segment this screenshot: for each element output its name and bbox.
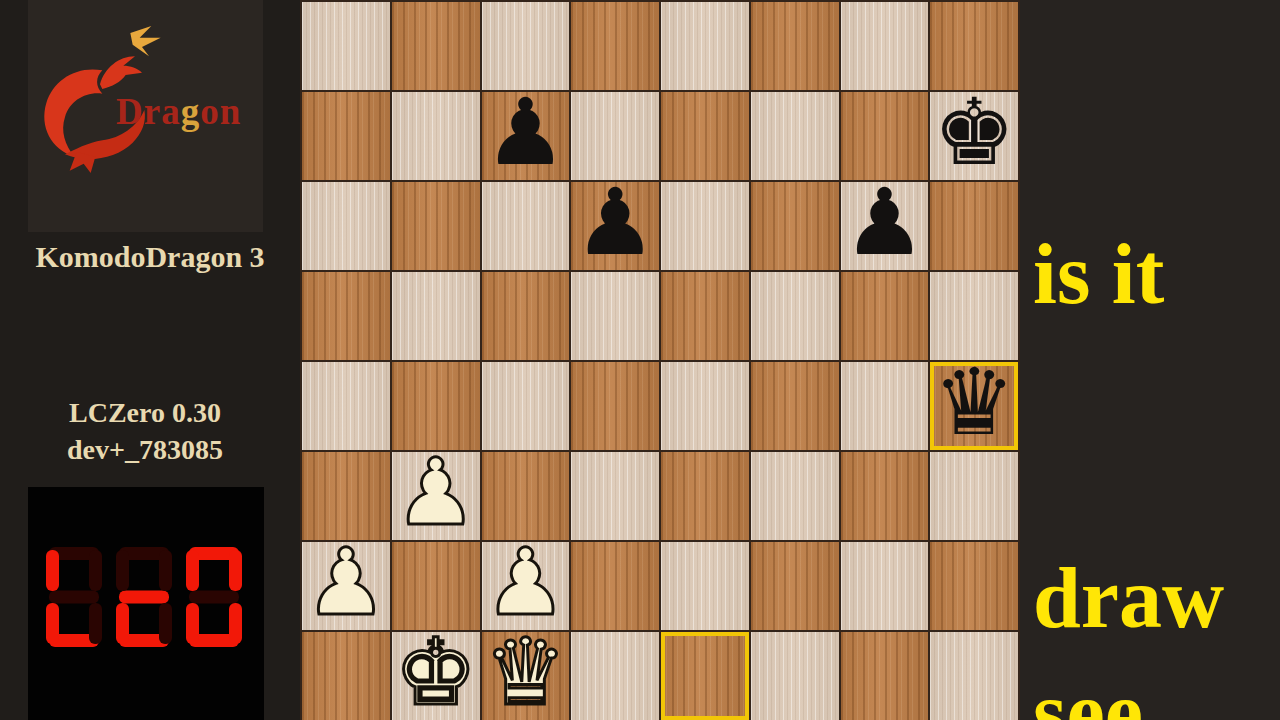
square-f6[interactable]: [751, 182, 839, 270]
logo-word: Dragon: [116, 90, 241, 133]
square-h2[interactable]: [930, 542, 1018, 630]
square-e8[interactable]: [661, 2, 749, 90]
square-b7[interactable]: [392, 92, 480, 180]
square-b1[interactable]: ♚: [392, 632, 480, 720]
square-b8[interactable]: [392, 2, 480, 90]
square-e6[interactable]: [661, 182, 749, 270]
screenshot-stage: Dragon KomodoDragon 3 LCZero 0.30 dev+_7…: [0, 0, 1280, 720]
square-h8[interactable]: [930, 2, 1018, 90]
square-h6[interactable]: [930, 182, 1018, 270]
square-f4[interactable]: [751, 362, 839, 450]
black-king: ♚: [933, 87, 1015, 179]
square-g5[interactable]: [841, 272, 929, 360]
square-a7[interactable]: [302, 92, 390, 180]
square-h1[interactable]: [930, 632, 1018, 720]
square-c2[interactable]: ♟: [482, 542, 570, 630]
square-e1[interactable]: [661, 632, 749, 720]
logo-word-part2: g: [181, 91, 201, 132]
square-e3[interactable]: [661, 452, 749, 540]
black-pawn: ♟: [574, 177, 656, 269]
white-pawn: ♟: [305, 537, 387, 629]
white-pawn: ♟: [484, 537, 566, 629]
engine-name-white: LCZero 0.30 dev+_783085: [0, 394, 290, 468]
square-e7[interactable]: [661, 92, 749, 180]
square-g3[interactable]: [841, 452, 929, 540]
square-h7[interactable]: ♚: [930, 92, 1018, 180]
square-a1[interactable]: [302, 632, 390, 720]
square-g6[interactable]: ♟: [841, 182, 929, 270]
lc0-clock: [28, 487, 264, 720]
square-g7[interactable]: [841, 92, 929, 180]
square-d6[interactable]: ♟: [571, 182, 659, 270]
caption-line: see: [1033, 658, 1255, 720]
square-d3[interactable]: [571, 452, 659, 540]
square-g8[interactable]: [841, 2, 929, 90]
square-g1[interactable]: [841, 632, 929, 720]
logo-word-part3: on: [200, 91, 241, 132]
komodo-dragon-logo: Dragon: [28, 0, 263, 232]
white-pawn: ♟: [394, 447, 476, 539]
square-g2[interactable]: [841, 542, 929, 630]
black-queen: ♛: [933, 357, 1015, 449]
square-a4[interactable]: [302, 362, 390, 450]
chess-board: ♟♚♟♟♛♟♟♟♚♛: [300, 0, 1020, 720]
square-f5[interactable]: [751, 272, 839, 360]
square-d2[interactable]: [571, 542, 659, 630]
square-h3[interactable]: [930, 452, 1018, 540]
square-a3[interactable]: [302, 452, 390, 540]
square-c1[interactable]: ♛: [482, 632, 570, 720]
square-e4[interactable]: [661, 362, 749, 450]
engine-white-line2: dev+_783085: [0, 431, 290, 468]
square-a2[interactable]: ♟: [302, 542, 390, 630]
square-d1[interactable]: [571, 632, 659, 720]
square-b4[interactable]: [392, 362, 480, 450]
square-h5[interactable]: [930, 272, 1018, 360]
square-d4[interactable]: [571, 362, 659, 450]
white-king: ♚: [394, 627, 476, 719]
right-panel: is it draw ?? see next ..: [1020, 0, 1280, 720]
square-b2[interactable]: [392, 542, 480, 630]
square-c8[interactable]: [482, 2, 570, 90]
lc0-clock-display: [46, 547, 246, 651]
square-d7[interactable]: [571, 92, 659, 180]
square-f2[interactable]: [751, 542, 839, 630]
square-a5[interactable]: [302, 272, 390, 360]
square-c4[interactable]: [482, 362, 570, 450]
black-pawn: ♟: [484, 87, 566, 179]
square-b3[interactable]: ♟: [392, 452, 480, 540]
square-d5[interactable]: [571, 272, 659, 360]
square-f8[interactable]: [751, 2, 839, 90]
square-f3[interactable]: [751, 452, 839, 540]
square-e2[interactable]: [661, 542, 749, 630]
caption-line: is it: [1033, 220, 1224, 328]
engine-name-black: KomodoDragon 3: [0, 240, 300, 274]
logo-word-part1: Dra: [116, 91, 181, 132]
black-pawn: ♟: [843, 177, 925, 269]
square-d8[interactable]: [571, 2, 659, 90]
white-queen: ♛: [484, 627, 566, 719]
square-a8[interactable]: [302, 2, 390, 90]
square-b5[interactable]: [392, 272, 480, 360]
square-g4[interactable]: [841, 362, 929, 450]
square-c7[interactable]: ♟: [482, 92, 570, 180]
square-h4[interactable]: ♛: [930, 362, 1018, 450]
square-e5[interactable]: [661, 272, 749, 360]
caption-bottom: see next ..: [1033, 442, 1255, 720]
square-c5[interactable]: [482, 272, 570, 360]
square-c6[interactable]: [482, 182, 570, 270]
left-panel: Dragon KomodoDragon 3 LCZero 0.30 dev+_7…: [0, 0, 300, 720]
engine-white-line1: LCZero 0.30: [0, 394, 290, 431]
square-f7[interactable]: [751, 92, 839, 180]
square-f1[interactable]: [751, 632, 839, 720]
square-b6[interactable]: [392, 182, 480, 270]
square-a6[interactable]: [302, 182, 390, 270]
square-c3[interactable]: [482, 452, 570, 540]
